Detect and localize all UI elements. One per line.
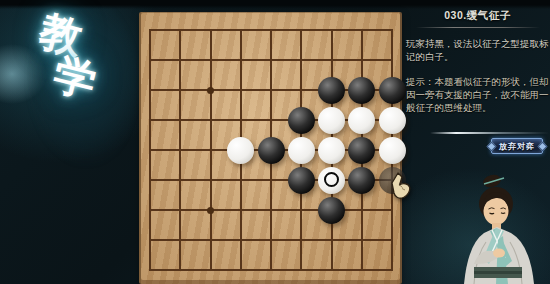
circle-marker [324,172,339,187]
black-stone [288,167,315,194]
black-stone [318,77,345,104]
banner-char-bottom: 学 [50,53,101,104]
black-stone [348,137,375,164]
button-cap-right [538,142,548,152]
white-stone [227,137,254,164]
shiny-separator [430,132,549,134]
white-stone [318,137,345,164]
puzzle-panel: 030.缓气征子 玩家持黑，设法以征子之型提取标记的白子。 提示：本题看似征子的… [406,9,549,114]
grid-line-horizontal [149,209,393,211]
black-stone [379,77,406,104]
go-board[interactable] [141,12,400,284]
black-stone [348,77,375,104]
star-point [207,207,214,214]
give-up-button-label: 放弃对弈 [499,141,535,152]
white-stone [379,137,406,164]
give-up-button[interactable]: 放弃对弈 [491,138,543,154]
hand-pointer-cursor [390,172,413,201]
black-stone [318,197,345,224]
tutor-character-portrait [446,170,550,284]
puzzle-description: 玩家持黑，设法以征子之型提取标记的白子。 [406,37,549,63]
white-stone [288,137,315,164]
white-stone [379,107,406,134]
teaching-banner: 教 学 [0,0,120,170]
black-stone [258,137,285,164]
black-stone [288,107,315,134]
title-separator [416,27,540,28]
button-cap-left [487,142,497,152]
grid-line-horizontal [149,269,393,271]
grid-line-horizontal [149,239,393,241]
white-stone [318,107,345,134]
star-point [207,87,214,94]
puzzle-title: 030.缓气征子 [406,9,549,23]
puzzle-hint: 提示：本题看似征子的形状，但却因一旁有支援的白子，故不能用一般征子的思维处理。 [406,75,549,114]
marked-white-stone [318,167,345,194]
white-stone [348,107,375,134]
tutorial-screen: 教 学 030.缓气征子 玩家持黑，设法以征子之型提取标记的白子。 提示：本题看… [0,0,550,284]
black-stone [348,167,375,194]
